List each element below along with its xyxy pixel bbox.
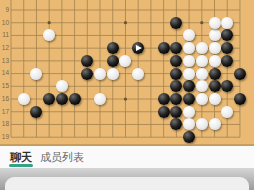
black-stone-19-14 [234,68,246,80]
black-stone-17-15 [209,80,221,92]
row-label-17: 17 [0,109,9,116]
bottom-panel [0,168,254,190]
white-stone-16-12 [196,42,208,54]
white-stone-17-12 [209,42,221,54]
black-stone-15-16 [183,93,195,105]
black-stone-9-13 [107,55,119,67]
white-stone-15-17 [183,106,195,118]
row-label-10: 10 [0,20,9,27]
white-stone-2-16 [18,93,30,105]
white-stone-17-16 [209,93,221,105]
star-point [124,21,127,24]
tab-chat-label: 聊天 [10,150,32,165]
tab-member-list-label: 成员列表 [40,150,84,165]
black-stone-14-14 [170,68,182,80]
white-stone-16-14 [196,68,208,80]
white-stone-9-14 [107,68,119,80]
black-stone-9-12 [107,42,119,54]
black-stone-7-14 [81,68,93,80]
row-label-11: 11 [0,32,9,39]
white-stone-15-14 [183,68,195,80]
black-stone-13-16 [158,93,170,105]
tab-member-list[interactable]: 成员列表 [36,146,88,168]
row-label-14: 14 [0,70,9,77]
white-stone-8-14 [94,68,106,80]
bottom-sheet [5,177,249,190]
star-point [200,21,203,24]
tab-bar: 聊天 成员列表 [0,146,254,168]
white-stone-17-18 [209,118,221,130]
row-label-12: 12 [0,45,9,52]
white-stone-18-17 [221,106,233,118]
black-stone-17-14 [209,68,221,80]
app-screen: 910111213141516171819 聊天 成员列表 [0,0,254,190]
white-stone-11-14 [132,68,144,80]
row-label-16: 16 [0,96,9,103]
row-label-19: 19 [0,134,9,141]
go-board[interactable]: 910111213141516171819 [0,0,254,146]
active-tab-underline [9,164,33,167]
star-point [124,97,127,100]
white-stone-18-10 [221,17,233,29]
black-stone-13-12 [158,42,170,54]
black-stone-14-10 [170,17,182,29]
black-stone-5-16 [56,93,68,105]
star-point [48,21,51,24]
row-label-18: 18 [0,121,9,128]
white-stone-17-10 [209,17,221,29]
white-stone-16-13 [196,55,208,67]
white-stone-8-16 [94,93,106,105]
row-label-13: 13 [0,58,9,65]
white-stone-3-14 [30,68,42,80]
last-move-marker [136,45,142,51]
black-stone-19-16 [234,93,246,105]
black-stone-13-17 [158,106,170,118]
white-stone-15-13 [183,55,195,67]
white-stone-17-13 [209,55,221,67]
white-stone-16-16 [196,93,208,105]
row-label-15: 15 [0,83,9,90]
white-stone-17-11 [209,29,221,41]
black-stone-6-16 [69,93,81,105]
row-label-9: 9 [0,7,9,14]
tab-chat[interactable]: 聊天 [6,146,36,168]
